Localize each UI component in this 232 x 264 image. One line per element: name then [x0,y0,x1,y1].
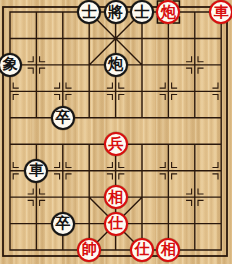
red-soldier[interactable]: 兵 [104,132,128,156]
black-soldier[interactable]: 卒 [51,106,75,130]
red-cannon[interactable]: 炮 [156,0,180,24]
black-elephant[interactable]: 象 [0,53,22,77]
black-cannon[interactable]: 炮 [104,53,128,77]
red-advisor[interactable]: 仕 [104,212,128,236]
black-chariot[interactable]: 車 [24,159,48,183]
pieces-grid[interactable]: 士將士炮車象炮卒兵車相卒仕帥仕相 [0,0,232,263]
red-advisor[interactable]: 仕 [130,238,154,262]
red-elephant[interactable]: 相 [156,238,180,262]
red-general[interactable]: 帥 [77,238,101,262]
black-advisor[interactable]: 士 [77,0,101,24]
black-advisor[interactable]: 士 [130,0,154,24]
black-general[interactable]: 將 [104,0,128,24]
black-soldier[interactable]: 卒 [51,212,75,236]
red-elephant[interactable]: 相 [104,185,128,209]
xiangqi-board[interactable]: 士將士炮車象炮卒兵車相卒仕帥仕相 [0,0,232,264]
red-chariot[interactable]: 車 [209,0,232,24]
